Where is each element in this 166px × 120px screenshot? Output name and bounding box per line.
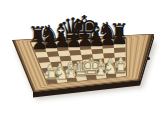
pieces-layer: ♜♞♝♛♚♝♞♜♟♟♟♟♟♟♟♟♟♟♟♟♟♟♟♟♜♞♝♛♚♝♞♜	[0, 0, 166, 120]
piece-black-pawn[interactable]: ♟	[111, 28, 128, 47]
piece-white-rook[interactable]: ♜	[114, 60, 128, 76]
chess-set-photo: ♜♞♝♛♚♝♞♜♟♟♟♟♟♟♟♟♟♟♟♟♟♟♟♟♜♞♝♛♚♝♞♜	[0, 0, 166, 120]
